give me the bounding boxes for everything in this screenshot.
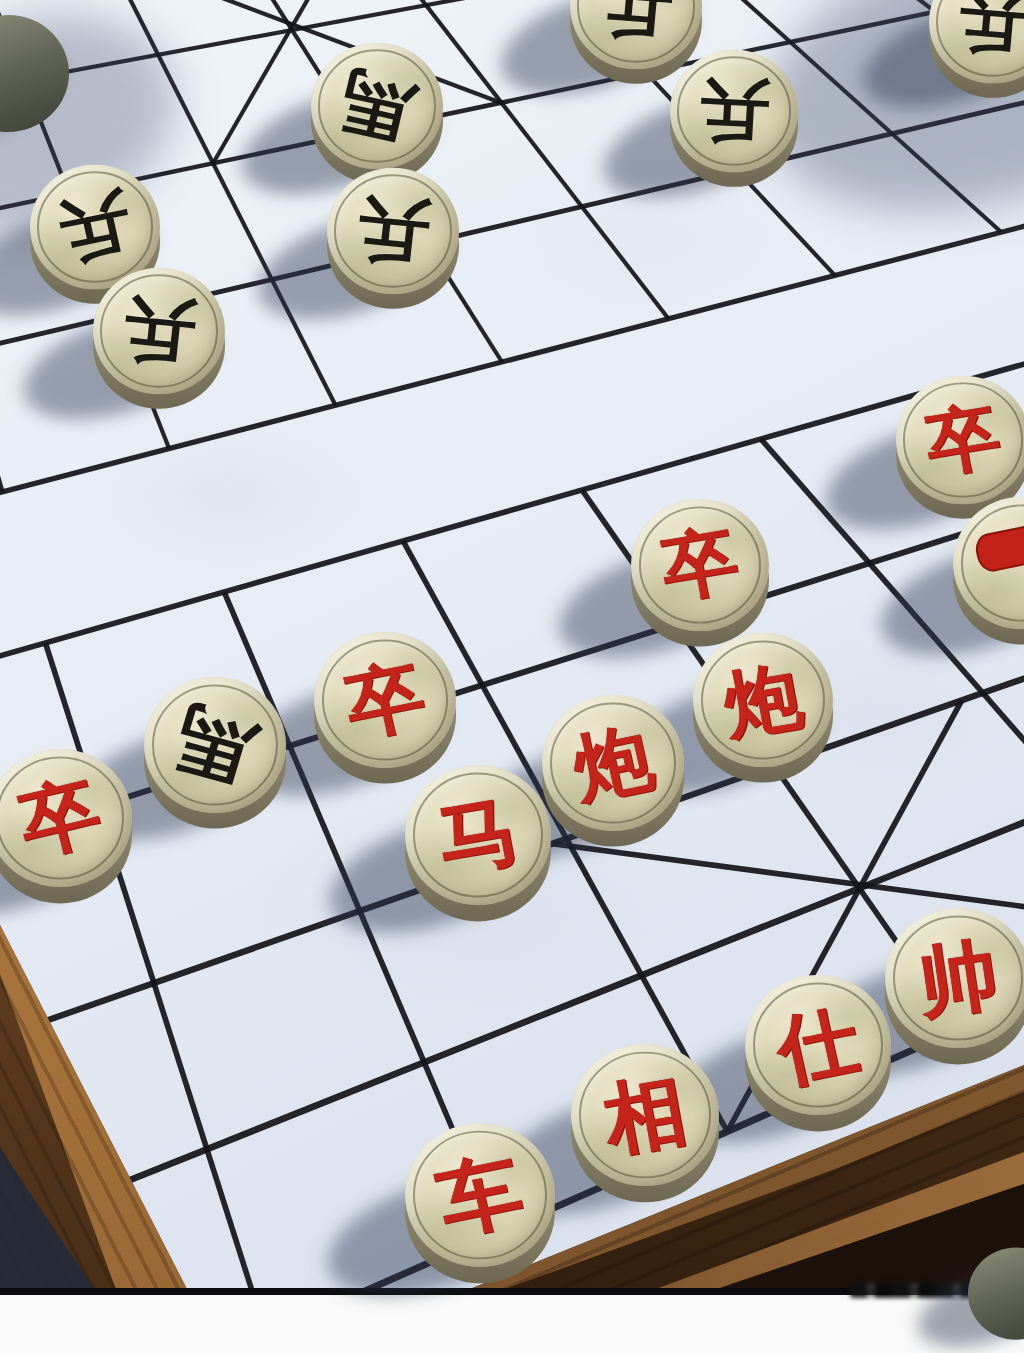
piece-top-face: 兵 [327, 168, 459, 295]
piece-top-face: 帅 [885, 908, 1024, 1048]
piece-glyph-soldier: 兵 [924, 0, 1024, 89]
piece-glyph-cannon: 炮 [682, 622, 844, 778]
piece-red-elephant[interactable]: 相 [571, 1044, 719, 1186]
piece-glyph-soldier: 卒 [0, 734, 147, 902]
piece-glyph-chariot: 车 [391, 1110, 569, 1281]
piece-top-face: 兵 [929, 0, 1024, 83]
piece-red-unidentified-red-piece[interactable] [953, 497, 1024, 629]
piece-black-soldier[interactable]: 兵 [327, 168, 459, 295]
piece-glyph-soldier: 兵 [320, 161, 465, 300]
piece-unknown-edge-on-piece[interactable] [968, 1237, 1024, 1329]
piece-top-face: 马 [405, 765, 551, 905]
piece-top-face: 相 [571, 1044, 719, 1186]
piece-black-horse[interactable]: 馬 [144, 677, 286, 813]
piece-top-face: 馬 [144, 677, 286, 813]
piece-glyph-soldier: 卒 [301, 619, 469, 781]
xiangqi-board: 兵兵馬兵兵兵兵卒卒卒炮馬炮卒马帅仕相车 [0, 0, 1024, 1295]
piece-top-face: 炮 [693, 633, 833, 767]
piece-red-horse[interactable]: 马 [405, 765, 551, 905]
piece-black-soldier[interactable]: 兵 [670, 50, 798, 173]
bottom-caption-strip [0, 1295, 1024, 1353]
piece-glyph-general: 帅 [876, 899, 1024, 1057]
piece-top-face: 兵 [93, 268, 225, 395]
piece-top-face: 馬 [311, 43, 443, 170]
comic-panel: 兵兵馬兵兵兵兵卒卒卒炮馬炮卒马帅仕相车 [0, 0, 1024, 1353]
piece-red-soldier[interactable]: 卒 [631, 499, 769, 631]
piece-glyph-elephant: 相 [559, 1033, 730, 1198]
piece-red-soldier[interactable]: 卒 [896, 376, 1024, 505]
piece-red-soldier[interactable]: 卒 [314, 632, 456, 768]
piece-red-advisor[interactable]: 仕 [745, 975, 891, 1115]
red-glyph-fragment [975, 525, 1024, 571]
piece-top-face: 仕 [745, 975, 891, 1115]
piece-red-soldier[interactable]: 卒 [0, 749, 132, 887]
piece-top-face: 炮 [542, 695, 684, 831]
piece-red-cannon[interactable]: 炮 [542, 695, 684, 831]
piece-glyph-horse: 马 [393, 754, 562, 916]
piece-glyph-advisor: 仕 [731, 962, 904, 1128]
piece-glyph-soldier: 卒 [885, 365, 1024, 514]
piece-top-face: 卒 [896, 376, 1024, 505]
piece-side-wall [0, 15, 69, 132]
piece-top-face: 卒 [631, 499, 769, 631]
piece-top-face: 卒 [0, 749, 132, 887]
piece-black-horse[interactable]: 馬 [311, 43, 443, 170]
piece-top-face: 兵 [670, 50, 798, 173]
piece-black-soldier[interactable]: 兵 [93, 268, 225, 395]
piece-black-soldier[interactable]: 兵 [929, 0, 1024, 83]
piece-red-cannon[interactable]: 炮 [693, 633, 833, 767]
piece-glyph-soldier: 兵 [667, 46, 802, 175]
piece-red-general[interactable]: 帅 [885, 908, 1024, 1048]
piece-unknown-edge-on-piece[interactable] [0, 1, 69, 118]
piece-red-chariot[interactable]: 车 [405, 1123, 555, 1267]
piece-top-face: 卒 [314, 632, 456, 768]
piece-glyph-soldier: 卒 [620, 488, 780, 641]
piece-top-face: 车 [405, 1123, 555, 1267]
piece-glyph-soldier: 兵 [86, 261, 231, 400]
piece-glyph-cannon: 炮 [529, 682, 697, 844]
